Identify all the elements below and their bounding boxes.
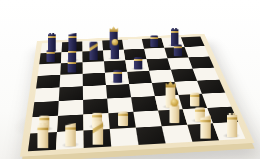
square-h5 [193,68,220,81]
gold-band [47,36,55,38]
gold-band [194,110,204,112]
gold-band [46,52,54,54]
gold-band [113,72,122,74]
gold-band [189,95,199,97]
square-d4 [106,84,131,99]
white-knight [200,115,211,138]
white-rook [37,123,48,148]
gold-ball-icon [111,39,117,45]
gold-band [68,51,76,53]
square-b4 [59,86,83,101]
gold-band [37,128,48,130]
square-e5 [127,71,152,84]
black-pawn [67,60,76,73]
gold-band [68,36,76,38]
square-b3 [58,100,83,116]
white-pawn [117,111,127,126]
square-a1 [28,132,57,151]
white-queen [169,105,179,123]
product-photo-scene [0,0,260,159]
white-rook [226,113,236,137]
black-knight [68,33,76,51]
gold-band [39,118,49,120]
gold-ball-icon [170,99,178,107]
square-d5 [105,72,129,85]
square-h3 [202,93,231,108]
square-a4 [34,87,59,102]
gold-diagonal-stripe [89,42,97,53]
square-d2 [108,112,135,129]
square-c5 [83,73,106,87]
square-e1 [136,126,166,145]
chess-board [20,34,255,157]
square-g6 [168,57,193,69]
gold-band [173,46,181,48]
black-pawn [150,35,158,47]
black-rook [47,33,55,52]
white-pawn [189,93,199,107]
square-g5 [171,69,197,82]
square-f1 [162,125,193,144]
gold-band [67,62,76,64]
square-h4 [197,80,225,94]
square-b1 [56,131,84,150]
black-queen [110,45,118,60]
black-pawn [173,45,181,57]
white-knight [65,123,76,147]
square-h1 [213,122,246,140]
square-b5 [60,74,83,88]
square-a6 [38,63,61,76]
square-d1 [110,128,139,147]
white-bishop [92,121,103,145]
gold-band [133,59,142,61]
square-a5 [36,75,60,89]
square-c4 [83,85,107,100]
black-pawn [113,70,122,83]
square-e3 [131,96,158,112]
black-pawn [46,50,54,62]
black-bishop [89,42,97,61]
black-rook [170,28,178,47]
square-f2 [158,109,187,126]
gold-band [150,37,158,39]
chess-board-squares [28,36,246,151]
gold-band [65,127,76,129]
gold-band [200,120,211,122]
square-e2 [133,111,161,128]
square-c1 [83,129,111,148]
gold-band [117,114,127,116]
gold-band [226,117,236,119]
gold-band [91,115,101,117]
square-g1 [187,123,219,141]
gold-band [170,31,178,33]
black-pawn [133,57,142,69]
gold-crown-icon [109,26,118,31]
square-e4 [129,83,155,97]
gold-diagonal-stripe [92,121,103,135]
